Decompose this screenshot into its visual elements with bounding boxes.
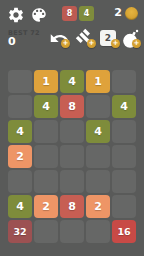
buy-undo-coin-badge: + bbox=[61, 39, 70, 48]
tile-2-r6c2[interactable]: 2 bbox=[34, 195, 58, 218]
hammer-button[interactable]: + bbox=[75, 28, 99, 54]
empty-cell-r7c4 bbox=[86, 220, 110, 243]
bomb-button[interactable]: + bbox=[120, 28, 144, 54]
palette-icon bbox=[30, 6, 48, 24]
buy-bomb-coin-badge: + bbox=[132, 39, 141, 48]
buy-tile-swap-coin-badge: + bbox=[111, 39, 120, 48]
tile-1-r1c2[interactable]: 1 bbox=[34, 70, 58, 93]
settings-button[interactable] bbox=[7, 6, 25, 24]
empty-cell-r5c3 bbox=[60, 170, 84, 193]
empty-cell-r2c1 bbox=[8, 95, 32, 118]
tile-4-r1c3[interactable]: 4 bbox=[60, 70, 84, 93]
empty-cell-r5c4 bbox=[86, 170, 110, 193]
next-tile-1: 8 bbox=[62, 6, 77, 21]
tile-4-r3c1[interactable]: 4 bbox=[8, 120, 32, 143]
empty-cell-r5c5 bbox=[112, 170, 136, 193]
buy-hammer-coin-badge: + bbox=[87, 39, 96, 48]
tile-2-r4c1[interactable]: 2 bbox=[8, 145, 32, 168]
board: 14148444242823216 bbox=[8, 70, 136, 243]
empty-cell-r5c2 bbox=[34, 170, 58, 193]
tile-4-r2c2[interactable]: 4 bbox=[34, 95, 58, 118]
coin-count: 2 bbox=[114, 6, 122, 19]
empty-cell-r4c5 bbox=[112, 145, 136, 168]
tile-2-r6c4[interactable]: 2 bbox=[86, 195, 110, 218]
empty-cell-r3c5 bbox=[112, 120, 136, 143]
empty-cell-r2c4 bbox=[86, 95, 110, 118]
empty-cell-r4c3 bbox=[60, 145, 84, 168]
tile-4-r6c1[interactable]: 4 bbox=[8, 195, 32, 218]
undo-button[interactable]: + bbox=[49, 28, 73, 54]
empty-cell-r4c4 bbox=[86, 145, 110, 168]
tile-32-r7c1[interactable]: 32 bbox=[8, 220, 32, 243]
tile-4-r2c5[interactable]: 4 bbox=[112, 95, 136, 118]
empty-cell-r1c1 bbox=[8, 70, 32, 93]
empty-cell-r4c2 bbox=[34, 145, 58, 168]
empty-cell-r1c5 bbox=[112, 70, 136, 93]
tile-1-r1c4[interactable]: 1 bbox=[86, 70, 110, 93]
empty-cell-r6c5 bbox=[112, 195, 136, 218]
game-screen: 8 4 2 BEST 72 0 + + 2 + + 14148444242823… bbox=[0, 0, 144, 256]
gear-icon bbox=[7, 6, 25, 24]
theme-button[interactable] bbox=[30, 6, 48, 24]
tile-4-r3c4[interactable]: 4 bbox=[86, 120, 110, 143]
tile-8-r2c3[interactable]: 8 bbox=[60, 95, 84, 118]
empty-cell-r7c3 bbox=[60, 220, 84, 243]
current-score: 0 bbox=[8, 35, 16, 48]
tile-8-r6c3[interactable]: 8 bbox=[60, 195, 84, 218]
empty-cell-r3c2 bbox=[34, 120, 58, 143]
empty-cell-r7c2 bbox=[34, 220, 58, 243]
empty-cell-r5c1 bbox=[8, 170, 32, 193]
coin-icon bbox=[125, 7, 138, 20]
next-tile-2: 4 bbox=[79, 6, 94, 21]
tile-16-r7c5[interactable]: 16 bbox=[112, 220, 136, 243]
empty-cell-r3c3 bbox=[60, 120, 84, 143]
